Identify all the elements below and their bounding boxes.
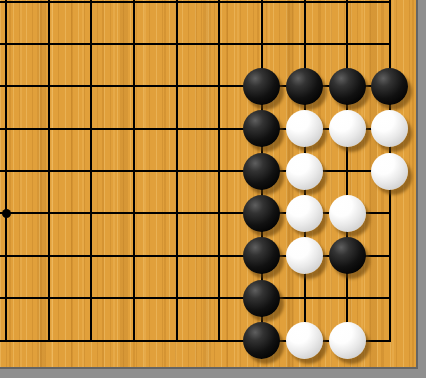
black-stone[interactable] [243,237,280,274]
stone-grid [0,0,411,362]
board-intersection[interactable] [155,319,198,361]
board-intersection[interactable] [241,107,284,149]
board-intersection[interactable] [283,107,326,149]
board-intersection[interactable] [155,192,198,234]
board-intersection[interactable] [326,319,369,361]
black-stone[interactable] [243,322,280,359]
board-intersection[interactable] [283,192,326,234]
white-stone[interactable] [371,110,408,147]
board-intersection[interactable] [27,235,70,277]
board-intersection[interactable] [0,0,27,23]
board-intersection[interactable] [198,277,241,319]
white-stone[interactable] [286,237,323,274]
board-intersection[interactable] [155,277,198,319]
board-intersection[interactable] [155,0,198,23]
board-intersection[interactable] [369,23,412,65]
board-intersection[interactable] [27,150,70,192]
black-stone[interactable] [329,237,366,274]
board-intersection[interactable] [369,235,412,277]
board-intersection[interactable] [198,319,241,361]
board-intersection[interactable] [283,277,326,319]
board-intersection[interactable] [241,65,284,107]
black-stone[interactable] [329,68,366,105]
board-intersection[interactable] [113,65,156,107]
board-intersection[interactable] [113,107,156,149]
board-intersection[interactable] [155,65,198,107]
board-intersection[interactable] [0,319,27,361]
board-intersection[interactable] [0,107,27,149]
board-intersection[interactable] [326,107,369,149]
board-intersection[interactable] [241,192,284,234]
board-intersection[interactable] [0,277,27,319]
board-intersection[interactable] [113,319,156,361]
board-intersection[interactable] [369,192,412,234]
black-stone[interactable] [243,280,280,317]
go-board[interactable] [0,0,418,369]
board-intersection[interactable] [326,23,369,65]
board-intersection[interactable] [0,192,27,234]
board-intersection[interactable] [0,23,27,65]
board-intersection[interactable] [369,319,412,361]
board-intersection[interactable] [70,0,113,23]
board-intersection[interactable] [326,235,369,277]
board-intersection[interactable] [0,235,27,277]
white-stone[interactable] [329,110,366,147]
board-intersection[interactable] [155,107,198,149]
board-intersection[interactable] [369,150,412,192]
board-intersection[interactable] [27,23,70,65]
board-intersection[interactable] [283,150,326,192]
board-intersection[interactable] [283,235,326,277]
board-intersection[interactable] [70,23,113,65]
board-intersection[interactable] [326,65,369,107]
board-intersection[interactable] [70,235,113,277]
board-intersection[interactable] [326,192,369,234]
board-intersection[interactable] [241,319,284,361]
board-intersection[interactable] [113,23,156,65]
board-intersection[interactable] [198,150,241,192]
board-intersection[interactable] [283,319,326,361]
black-stone[interactable] [243,153,280,190]
board-intersection[interactable] [198,0,241,23]
white-stone[interactable] [286,322,323,359]
white-stone[interactable] [329,195,366,232]
board-intersection[interactable] [155,235,198,277]
board-intersection[interactable] [70,277,113,319]
board-intersection[interactable] [326,277,369,319]
board-intersection[interactable] [369,277,412,319]
board-intersection[interactable] [27,0,70,23]
board-intersection[interactable] [0,65,27,107]
board-intersection[interactable] [0,150,27,192]
board-intersection[interactable] [241,235,284,277]
go-board-viewport [0,0,426,378]
board-intersection[interactable] [283,0,326,23]
board-intersection[interactable] [155,23,198,65]
white-stone[interactable] [329,322,366,359]
board-intersection[interactable] [70,319,113,361]
board-intersection[interactable] [70,150,113,192]
white-stone[interactable] [371,153,408,190]
board-intersection[interactable] [27,277,70,319]
board-intersection[interactable] [113,235,156,277]
white-stone[interactable] [286,195,323,232]
board-intersection[interactable] [113,277,156,319]
board-intersection[interactable] [283,23,326,65]
board-intersection[interactable] [369,0,412,23]
board-intersection[interactable] [369,65,412,107]
board-intersection[interactable] [241,277,284,319]
board-intersection[interactable] [198,107,241,149]
white-stone[interactable] [286,153,323,190]
board-intersection[interactable] [369,107,412,149]
board-intersection[interactable] [198,65,241,107]
board-intersection[interactable] [326,0,369,23]
board-intersection[interactable] [27,65,70,107]
board-intersection[interactable] [283,65,326,107]
board-intersection[interactable] [326,150,369,192]
black-stone[interactable] [371,68,408,105]
board-intersection[interactable] [155,150,198,192]
black-stone[interactable] [243,195,280,232]
board-intersection[interactable] [198,192,241,234]
board-intersection[interactable] [198,235,241,277]
black-stone[interactable] [243,68,280,105]
white-stone[interactable] [286,110,323,147]
board-intersection[interactable] [27,319,70,361]
board-intersection[interactable] [27,192,70,234]
board-intersection[interactable] [198,23,241,65]
board-intersection[interactable] [241,150,284,192]
black-stone[interactable] [243,110,280,147]
board-intersection[interactable] [113,0,156,23]
board-intersection[interactable] [113,192,156,234]
board-intersection[interactable] [241,23,284,65]
board-intersection[interactable] [70,192,113,234]
board-intersection[interactable] [113,150,156,192]
black-stone[interactable] [286,68,323,105]
board-intersection[interactable] [241,0,284,23]
board-intersection[interactable] [70,65,113,107]
board-intersection[interactable] [70,107,113,149]
board-intersection[interactable] [27,107,70,149]
